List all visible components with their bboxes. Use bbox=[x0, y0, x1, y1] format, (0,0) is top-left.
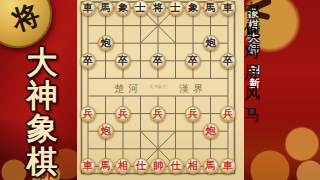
opening-title: 中 炮 对 屏 风 马 bbox=[244, 0, 260, 126]
piece-black-卒[interactable]: 卒 bbox=[185, 53, 201, 69]
piece-red-兵[interactable]: 兵 bbox=[150, 106, 166, 122]
piece-red-仕[interactable]: 仕 bbox=[168, 158, 184, 174]
piece-black-象[interactable]: 象 bbox=[115, 0, 131, 16]
piece-black-車[interactable]: 車 bbox=[80, 0, 96, 16]
video-thumbnail: 帥 将 大 神 象 棋 楚河 漢界 bbox=[0, 0, 320, 180]
piece-red-車[interactable]: 車 bbox=[80, 158, 96, 174]
piece-black-炮[interactable]: 炮 bbox=[203, 35, 219, 51]
piece-black-卒[interactable]: 卒 bbox=[80, 53, 96, 69]
right-banner-content: 象棋大師 创新 中 炮 对 屏 风 马 bbox=[244, 0, 320, 180]
pieces-layer: 車馬象士将士象馬車炮炮卒卒卒卒卒兵兵兵兵兵炮炮車馬相仕帥仕相馬車 bbox=[77, 0, 244, 180]
piece-red-相[interactable]: 相 bbox=[115, 158, 131, 174]
piece-black-馬[interactable]: 馬 bbox=[203, 0, 219, 16]
piece-red-炮[interactable]: 炮 bbox=[203, 123, 219, 139]
piece-red-馬[interactable]: 馬 bbox=[203, 158, 219, 174]
piece-black-卒[interactable]: 卒 bbox=[115, 53, 131, 69]
gold-general-piece-char: 将 bbox=[7, 0, 44, 39]
piece-black-卒[interactable]: 卒 bbox=[220, 53, 236, 69]
piece-black-士[interactable]: 士 bbox=[133, 0, 149, 16]
piece-red-炮[interactable]: 炮 bbox=[98, 123, 114, 139]
opening-title-char: 风 bbox=[244, 84, 260, 105]
left-banner: 帥 将 大 神 象 棋 bbox=[0, 0, 77, 180]
channel-title-char: 棋 bbox=[27, 145, 58, 178]
piece-red-帥[interactable]: 帥 bbox=[150, 158, 166, 174]
piece-red-車[interactable]: 車 bbox=[220, 158, 236, 174]
piece-black-士[interactable]: 士 bbox=[168, 0, 184, 16]
piece-red-仕[interactable]: 仕 bbox=[133, 158, 149, 174]
xiangqi-board[interactable]: 楚河 漢界 大神象棋 車馬象士将士象馬車炮炮卒卒卒卒卒兵兵兵兵兵炮炮車馬相仕帥仕… bbox=[77, 0, 244, 180]
channel-title-char: 象 bbox=[27, 112, 58, 145]
piece-red-兵[interactable]: 兵 bbox=[115, 106, 131, 122]
channel-title-char: 大 bbox=[27, 46, 58, 79]
opening-title-char: 屏 bbox=[244, 63, 260, 84]
piece-red-兵[interactable]: 兵 bbox=[80, 106, 96, 122]
piece-red-兵[interactable]: 兵 bbox=[220, 106, 236, 122]
opening-title-char: 马 bbox=[244, 105, 260, 126]
piece-red-兵[interactable]: 兵 bbox=[185, 106, 201, 122]
opening-title-char: 中 bbox=[244, 0, 260, 21]
channel-title-char: 神 bbox=[27, 79, 58, 112]
piece-red-馬[interactable]: 馬 bbox=[98, 158, 114, 174]
channel-title: 大 神 象 棋 bbox=[23, 46, 61, 178]
piece-black-卒[interactable]: 卒 bbox=[150, 53, 166, 69]
piece-black-車[interactable]: 車 bbox=[220, 0, 236, 16]
opening-title-char: 炮 bbox=[244, 21, 260, 42]
opening-title-char: 对 bbox=[244, 42, 260, 63]
piece-black-象[interactable]: 象 bbox=[185, 0, 201, 16]
piece-black-将[interactable]: 将 bbox=[150, 0, 166, 16]
piece-black-炮[interactable]: 炮 bbox=[98, 35, 114, 51]
gold-general-piece: 将 bbox=[0, 0, 52, 48]
piece-black-馬[interactable]: 馬 bbox=[98, 0, 114, 16]
piece-red-相[interactable]: 相 bbox=[185, 158, 201, 174]
